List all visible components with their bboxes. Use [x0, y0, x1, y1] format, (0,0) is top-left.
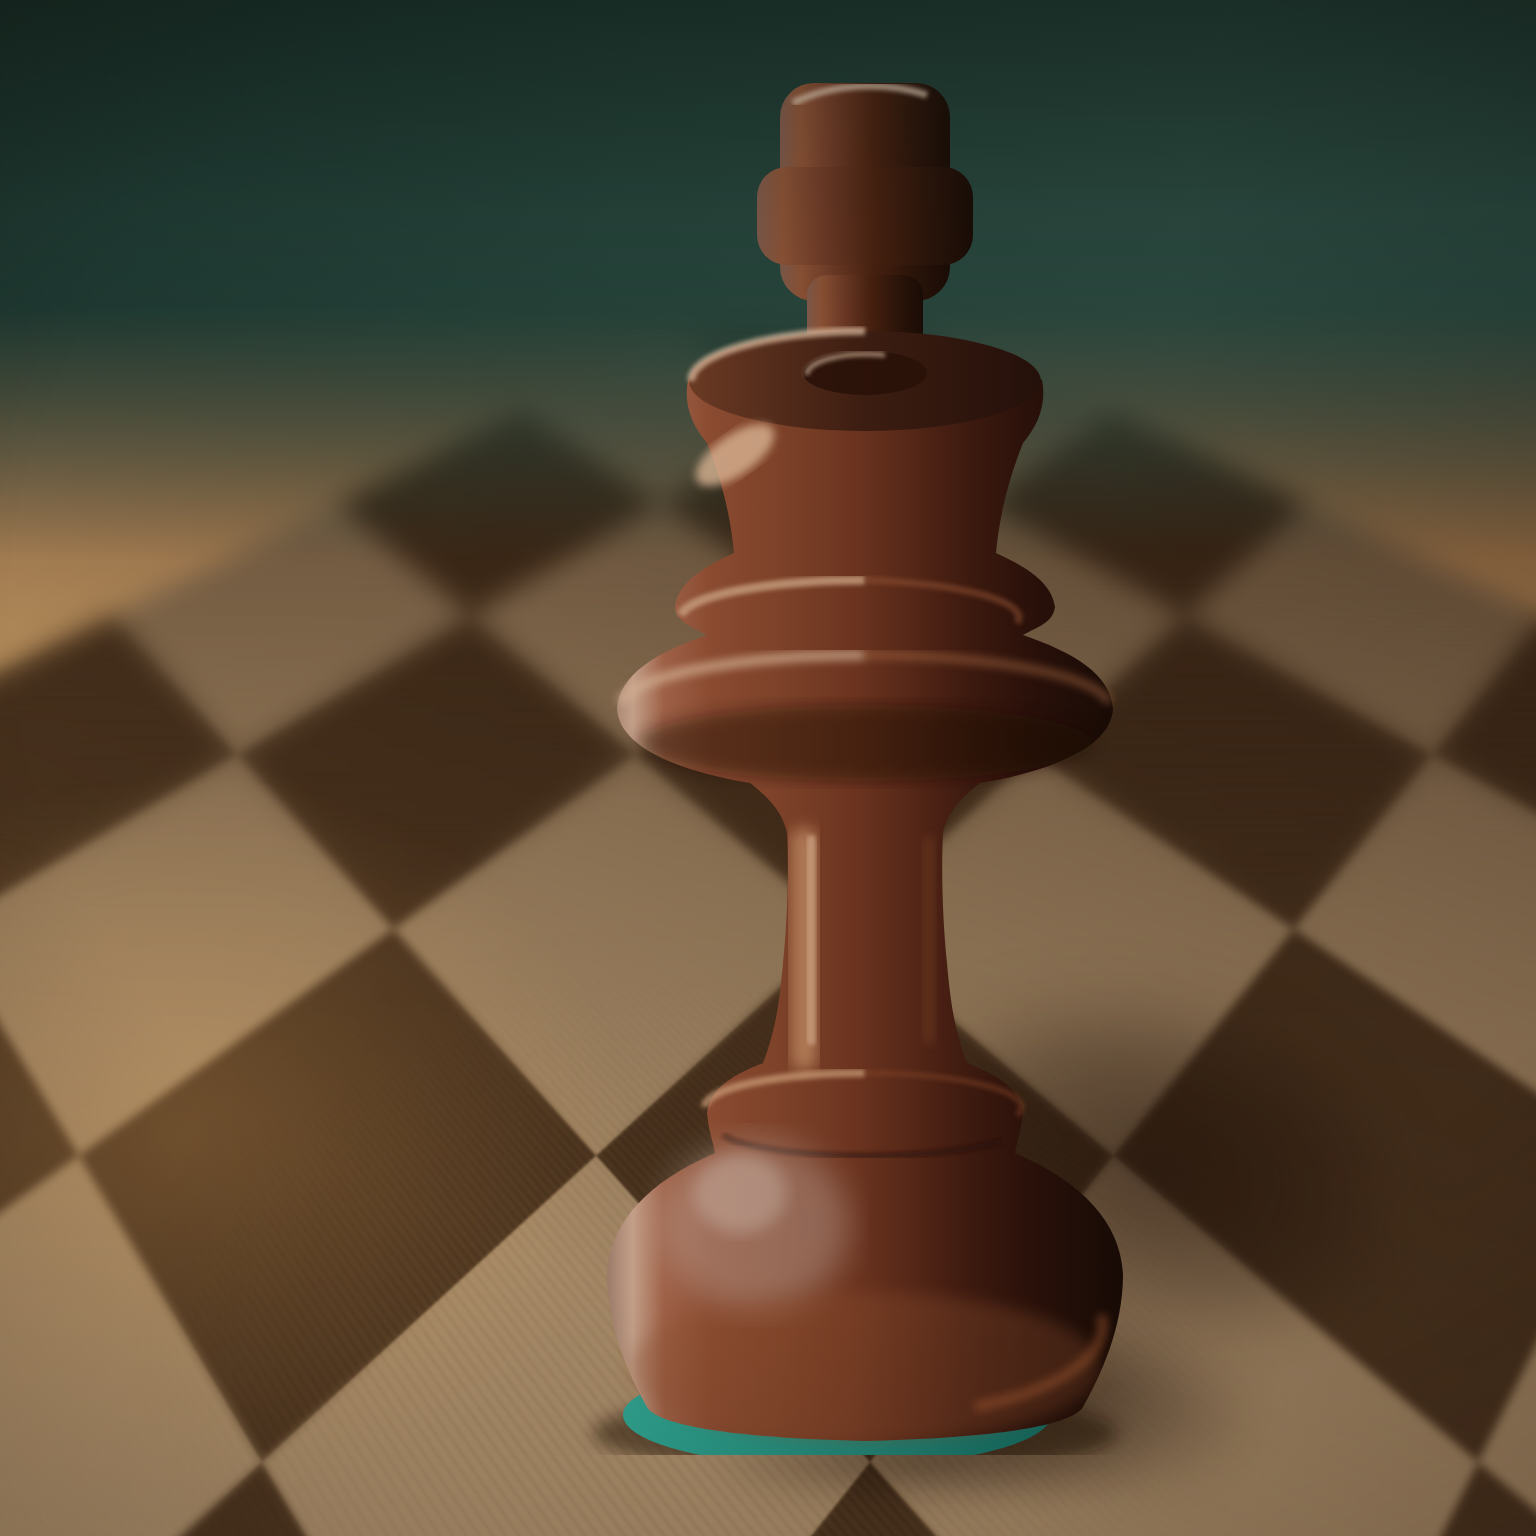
chess-photo-scene: ♚ [0, 0, 1536, 1536]
black-king-piece[interactable]: ♚ [555, 75, 1175, 1455]
